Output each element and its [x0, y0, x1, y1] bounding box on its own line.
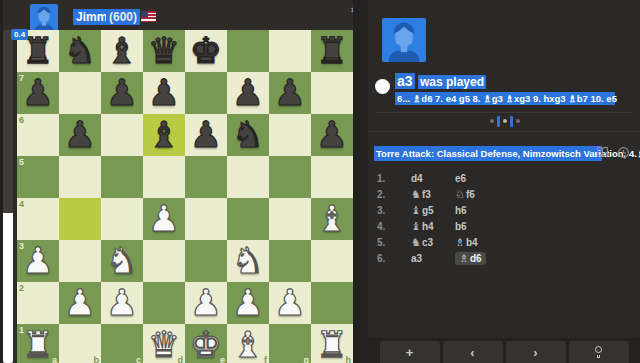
- move-number: 4.: [377, 221, 395, 232]
- white-move[interactable]: ♞f3: [411, 188, 455, 201]
- black-piece-h6[interactable]: ♟: [311, 114, 353, 156]
- square-c6[interactable]: [101, 114, 143, 156]
- square-g7[interactable]: ♟: [269, 72, 311, 114]
- file-label-g: g: [304, 355, 310, 363]
- square-g2[interactable]: ♟: [269, 282, 311, 324]
- white-piece-f1[interactable]: ♝: [227, 324, 269, 363]
- square-c1[interactable]: c: [101, 324, 143, 363]
- white-piece-c2[interactable]: ♟: [101, 282, 143, 324]
- bottom-toolbar: + ‹ ›: [368, 338, 640, 363]
- coach-avatar: [382, 18, 426, 62]
- black-piece-b8[interactable]: ♞: [59, 30, 101, 72]
- square-d6[interactable]: ♝: [143, 114, 185, 156]
- black-piece-b6[interactable]: ♟: [59, 114, 101, 156]
- white-piece-h4[interactable]: ♝: [311, 198, 353, 240]
- move-row: 4.♝h4b6: [368, 218, 640, 234]
- square-g1[interactable]: g: [269, 324, 311, 363]
- page-dot: [516, 119, 520, 123]
- white-move[interactable]: ♝g5: [411, 204, 455, 217]
- divider: [376, 112, 632, 113]
- white-move[interactable]: d4: [411, 173, 455, 184]
- black-piece-c8[interactable]: ♝: [101, 30, 143, 72]
- black-move[interactable]: b6: [455, 221, 499, 232]
- add-line-button[interactable]: +: [380, 341, 440, 363]
- square-c4[interactable]: [101, 198, 143, 240]
- black-move[interactable]: ♘f6: [455, 188, 499, 201]
- next-move-button[interactable]: ›: [506, 341, 566, 363]
- white-piece-e2[interactable]: ♟: [185, 282, 227, 324]
- square-b6[interactable]: ♟: [59, 114, 101, 156]
- player-rating: (600): [106, 9, 140, 25]
- square-d3[interactable]: [143, 240, 185, 282]
- white-piece-d1[interactable]: ♛: [143, 324, 185, 363]
- file-label-b: b: [94, 355, 100, 363]
- opening-name[interactable]: Torre Attack: Classical Defense, Nimzowi…: [374, 146, 602, 161]
- square-e4[interactable]: [185, 198, 227, 240]
- square-h3[interactable]: [311, 240, 353, 282]
- white-piece-a1[interactable]: ♜: [17, 324, 59, 363]
- square-c8[interactable]: ♝: [101, 30, 143, 72]
- square-d4[interactable]: ♟: [143, 198, 185, 240]
- square-a3[interactable]: 3♟: [17, 240, 59, 282]
- white-figurine-icon: ♝: [411, 204, 421, 217]
- square-a6[interactable]: 6: [17, 114, 59, 156]
- played-move-label: a3: [395, 73, 415, 89]
- square-e8[interactable]: ♚: [185, 30, 227, 72]
- square-e2[interactable]: ♟: [185, 282, 227, 324]
- square-f1[interactable]: f♝: [227, 324, 269, 363]
- white-piece-d4[interactable]: ♟: [143, 198, 185, 240]
- white-piece-c3[interactable]: ♞: [101, 240, 143, 282]
- square-g5[interactable]: [269, 156, 311, 198]
- move-classification-icon: [375, 79, 390, 94]
- explorer-history-icon[interactable]: [617, 146, 630, 159]
- black-piece-e6[interactable]: ♟: [185, 114, 227, 156]
- white-move[interactable]: a3: [411, 253, 455, 264]
- square-c2[interactable]: ♟: [101, 282, 143, 324]
- square-c7[interactable]: ♟: [101, 72, 143, 114]
- black-move[interactable]: h6: [455, 205, 499, 216]
- square-a7[interactable]: 7♟: [17, 72, 59, 114]
- square-h5[interactable]: [311, 156, 353, 198]
- rank-label-2: 2: [19, 283, 24, 293]
- game-review-panel: a3 was played 6... ♗d6 7. e4 g5 8. ♗g3 ♗…: [368, 0, 640, 363]
- move-row: 1.d4e6: [368, 170, 640, 186]
- white-move[interactable]: ♝h4: [411, 220, 455, 233]
- black-move[interactable]: ♗d6: [455, 252, 499, 265]
- player-avatar[interactable]: [30, 4, 58, 32]
- square-b7[interactable]: [59, 72, 101, 114]
- square-d8[interactable]: ♛: [143, 30, 185, 72]
- move-number: 1.: [377, 173, 395, 184]
- square-f7[interactable]: ♟: [227, 72, 269, 114]
- file-label-c: c: [136, 355, 141, 363]
- square-e7[interactable]: [185, 72, 227, 114]
- square-h1[interactable]: h♜: [311, 324, 353, 363]
- white-figurine-icon: ♝: [411, 220, 421, 233]
- square-h2[interactable]: [311, 282, 353, 324]
- square-h6[interactable]: ♟: [311, 114, 353, 156]
- square-f5[interactable]: [227, 156, 269, 198]
- square-b2[interactable]: ♟: [59, 282, 101, 324]
- move-list: 1.d4e62.♞f3♘f63.♝g5h64.♝h4b65.♞c3♗b46.a3…: [368, 170, 640, 266]
- played-move-text: was played: [418, 75, 486, 89]
- page-bar: [510, 116, 513, 127]
- white-piece-e1[interactable]: ♚: [185, 324, 227, 363]
- move-number: 6.: [377, 253, 395, 264]
- board-panel-divider: [353, 0, 368, 363]
- square-e1[interactable]: e♚: [185, 324, 227, 363]
- move-number: 3.: [377, 205, 395, 216]
- black-move[interactable]: e6: [455, 173, 499, 184]
- white-piece-h1[interactable]: ♜: [311, 324, 353, 363]
- square-h4[interactable]: ♝: [311, 198, 353, 240]
- black-move[interactable]: ♗b4: [455, 236, 499, 249]
- square-g3[interactable]: [269, 240, 311, 282]
- square-h8[interactable]: ♜: [311, 30, 353, 72]
- black-piece-h8[interactable]: ♜: [311, 30, 353, 72]
- square-e3[interactable]: [185, 240, 227, 282]
- evaluation-white-portion: [3, 213, 13, 363]
- white-piece-g2[interactable]: ♟: [269, 282, 311, 324]
- us-flag-icon: [141, 11, 156, 22]
- chess-board: 8♜♞♝♛♚♜7♟♟♟♟♟6♟♝♟♞♟54♟♝3♟♞♞2♟♟♟♟♟1a♜bcd♛…: [17, 30, 353, 363]
- black-piece-a7[interactable]: ♟: [17, 72, 59, 114]
- white-piece-b2[interactable]: ♟: [59, 282, 101, 324]
- page-dot: [490, 119, 494, 123]
- evaluation-bar: [3, 30, 13, 363]
- square-d5[interactable]: [143, 156, 185, 198]
- square-b5[interactable]: [59, 156, 101, 198]
- white-piece-a3[interactable]: ♟: [17, 240, 59, 282]
- square-d1[interactable]: d♛: [143, 324, 185, 363]
- square-c5[interactable]: [101, 156, 143, 198]
- black-piece-f6[interactable]: ♞: [227, 114, 269, 156]
- move-row: 5.♞c3♗b4: [368, 234, 640, 250]
- opening-book-icon[interactable]: [596, 146, 609, 159]
- square-g6[interactable]: [269, 114, 311, 156]
- move-row: 6.a3♗d6: [368, 250, 640, 266]
- black-piece-d7[interactable]: ♟: [143, 72, 185, 114]
- square-a4[interactable]: 4: [17, 198, 59, 240]
- square-c3[interactable]: ♞: [101, 240, 143, 282]
- line-pagination[interactable]: [490, 115, 520, 127]
- rank-label-5: 5: [19, 157, 24, 167]
- black-figurine-icon: ♗: [455, 236, 465, 249]
- square-b3[interactable]: [59, 240, 101, 282]
- square-g8[interactable]: [269, 30, 311, 72]
- square-d2[interactable]: [143, 282, 185, 324]
- rank-label-4: 4: [19, 199, 24, 209]
- black-figurine-icon: ♘: [455, 188, 465, 201]
- square-e5[interactable]: [185, 156, 227, 198]
- square-a2[interactable]: 2: [17, 282, 59, 324]
- evaluation-score: 0.4: [11, 29, 28, 40]
- white-move[interactable]: ♞c3: [411, 236, 455, 249]
- black-figurine-icon: ♗: [459, 252, 469, 265]
- move-row: 2.♞f3♘f6: [368, 186, 640, 202]
- square-b1[interactable]: b: [59, 324, 101, 363]
- coach-avatar-image: [382, 18, 426, 62]
- move-row: 3.♝g5h6: [368, 202, 640, 218]
- square-f2[interactable]: ♟: [227, 282, 269, 324]
- move-number: 2.: [377, 189, 395, 200]
- page-dot-active: [503, 119, 507, 123]
- square-f4[interactable]: [227, 198, 269, 240]
- divider: [368, 131, 640, 132]
- lightbulb-icon: [594, 346, 603, 358]
- square-f3[interactable]: ♞: [227, 240, 269, 282]
- previous-move-button[interactable]: ‹: [443, 341, 503, 363]
- white-piece-f3[interactable]: ♞: [227, 240, 269, 282]
- black-piece-g7[interactable]: ♟: [269, 72, 311, 114]
- hint-button[interactable]: [569, 341, 629, 363]
- black-piece-d6[interactable]: ♝: [143, 114, 185, 156]
- white-piece-f2[interactable]: ♟: [227, 282, 269, 324]
- black-piece-f7[interactable]: ♟: [227, 72, 269, 114]
- black-piece-d8[interactable]: ♛: [143, 30, 185, 72]
- square-b8[interactable]: ♞: [59, 30, 101, 72]
- white-figurine-icon: ♞: [411, 188, 421, 201]
- white-figurine-icon: ♞: [411, 236, 421, 249]
- square-a5[interactable]: 5: [17, 156, 59, 198]
- square-f6[interactable]: ♞: [227, 114, 269, 156]
- black-piece-e8[interactable]: ♚: [185, 30, 227, 72]
- square-a1[interactable]: 1a♜: [17, 324, 59, 363]
- square-f8[interactable]: [227, 30, 269, 72]
- player-bar: Jimmy (600) ⚙: [0, 0, 354, 30]
- rank-label-6: 6: [19, 115, 24, 125]
- move-number: 5.: [377, 237, 395, 248]
- square-b4[interactable]: [59, 198, 101, 240]
- engine-best-line[interactable]: 6... ♗d6 7. e4 g5 8. ♗g3 ♗xg3 9. hxg3 ♗b…: [395, 92, 615, 105]
- black-piece-c7[interactable]: ♟: [101, 72, 143, 114]
- square-g4[interactable]: [269, 198, 311, 240]
- square-e6[interactable]: ♟: [185, 114, 227, 156]
- avatar-image: [30, 4, 58, 32]
- square-d7[interactable]: ♟: [143, 72, 185, 114]
- square-h7[interactable]: [311, 72, 353, 114]
- page-bar: [497, 116, 500, 127]
